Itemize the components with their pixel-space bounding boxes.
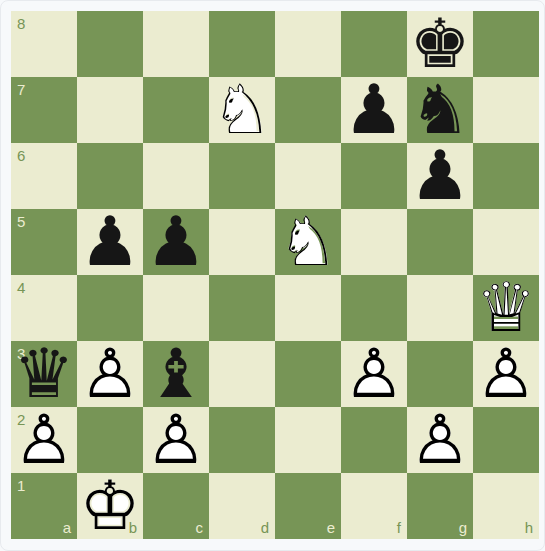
square-b6[interactable]: [77, 143, 143, 209]
piece-white-queen[interactable]: ♛♕: [473, 275, 539, 341]
square-b5[interactable]: ♟: [77, 209, 143, 275]
square-a3[interactable]: 3♛: [11, 341, 77, 407]
piece-white-king[interactable]: ♚♔: [77, 473, 143, 539]
rank-label-8: 8: [17, 16, 25, 31]
piece-glyph-fill: ♟: [341, 341, 407, 407]
file-label-c: c: [196, 520, 204, 535]
piece-white-pawn[interactable]: ♟♙: [473, 341, 539, 407]
piece-glyph-outline: ♙: [407, 407, 473, 473]
piece-black-king[interactable]: ♚: [407, 11, 473, 77]
square-a1[interactable]: 1a: [11, 473, 77, 539]
square-f6[interactable]: [341, 143, 407, 209]
piece-glyph-fill: ♚: [407, 11, 473, 77]
file-label-h: h: [525, 520, 533, 535]
piece-glyph-outline: ♔: [77, 473, 143, 539]
square-e4[interactable]: [275, 275, 341, 341]
square-d6[interactable]: [209, 143, 275, 209]
piece-glyph-outline: ♘: [209, 77, 275, 143]
square-h6[interactable]: [473, 143, 539, 209]
piece-white-knight[interactable]: ♞♘: [275, 209, 341, 275]
file-label-d: d: [261, 520, 269, 535]
square-h4[interactable]: ♛♕: [473, 275, 539, 341]
piece-glyph-outline: ♙: [341, 341, 407, 407]
piece-glyph-fill: ♟: [407, 143, 473, 209]
square-h7[interactable]: [473, 77, 539, 143]
piece-black-bishop[interactable]: ♝: [143, 341, 209, 407]
square-g3[interactable]: [407, 341, 473, 407]
piece-black-knight[interactable]: ♞: [407, 77, 473, 143]
square-g2[interactable]: ♟♙: [407, 407, 473, 473]
piece-glyph-fill: ♟: [143, 209, 209, 275]
square-e8[interactable]: [275, 11, 341, 77]
piece-glyph-fill: ♟: [77, 209, 143, 275]
square-e2[interactable]: [275, 407, 341, 473]
piece-glyph-outline: ♕: [473, 275, 539, 341]
piece-black-pawn[interactable]: ♟: [341, 77, 407, 143]
square-d2[interactable]: [209, 407, 275, 473]
square-a5[interactable]: 5: [11, 209, 77, 275]
square-c5[interactable]: ♟: [143, 209, 209, 275]
square-c6[interactable]: [143, 143, 209, 209]
square-f1[interactable]: f: [341, 473, 407, 539]
square-d5[interactable]: [209, 209, 275, 275]
piece-glyph-outline: ♙: [11, 407, 77, 473]
square-f2[interactable]: [341, 407, 407, 473]
square-f5[interactable]: [341, 209, 407, 275]
square-c4[interactable]: [143, 275, 209, 341]
square-c8[interactable]: [143, 11, 209, 77]
square-c7[interactable]: [143, 77, 209, 143]
file-label-g: g: [459, 520, 467, 535]
square-h1[interactable]: h: [473, 473, 539, 539]
file-label-f: f: [397, 520, 401, 535]
rank-label-7: 7: [17, 82, 25, 97]
square-h8[interactable]: [473, 11, 539, 77]
square-e5[interactable]: ♞♘: [275, 209, 341, 275]
square-e1[interactable]: e: [275, 473, 341, 539]
square-a2[interactable]: 2♟♙: [11, 407, 77, 473]
square-b4[interactable]: [77, 275, 143, 341]
square-g6[interactable]: ♟: [407, 143, 473, 209]
rank-label-1: 1: [17, 478, 25, 493]
piece-white-pawn[interactable]: ♟♙: [11, 407, 77, 473]
page-background: 8♚7♞♘♟♞6♟5♟♟♞♘4♛♕3♛♟♙♝♟♙♟♙2♟♙♟♙♟♙1ab♚♔cd…: [0, 0, 545, 551]
square-b3[interactable]: ♟♙: [77, 341, 143, 407]
square-e7[interactable]: [275, 77, 341, 143]
square-a6[interactable]: 6: [11, 143, 77, 209]
square-h5[interactable]: [473, 209, 539, 275]
square-b7[interactable]: [77, 77, 143, 143]
square-f7[interactable]: ♟: [341, 77, 407, 143]
square-g1[interactable]: g: [407, 473, 473, 539]
square-e6[interactable]: [275, 143, 341, 209]
square-c1[interactable]: c: [143, 473, 209, 539]
square-c2[interactable]: ♟♙: [143, 407, 209, 473]
piece-glyph-fill: ♛: [473, 275, 539, 341]
square-b1[interactable]: b♚♔: [77, 473, 143, 539]
square-h2[interactable]: [473, 407, 539, 473]
square-g7[interactable]: ♞: [407, 77, 473, 143]
piece-glyph-fill: ♟: [77, 341, 143, 407]
piece-glyph-fill: ♛: [11, 341, 77, 407]
piece-white-pawn[interactable]: ♟♙: [77, 341, 143, 407]
piece-glyph-fill: ♞: [275, 209, 341, 275]
square-f4[interactable]: [341, 275, 407, 341]
piece-glyph-outline: ♙: [473, 341, 539, 407]
piece-glyph-fill: ♟: [407, 407, 473, 473]
square-g8[interactable]: ♚: [407, 11, 473, 77]
square-a4[interactable]: 4: [11, 275, 77, 341]
piece-white-pawn[interactable]: ♟♙: [341, 341, 407, 407]
chess-board: 8♚7♞♘♟♞6♟5♟♟♞♘4♛♕3♛♟♙♝♟♙♟♙2♟♙♟♙♟♙1ab♚♔cd…: [11, 11, 539, 539]
file-label-a: a: [63, 520, 71, 535]
square-d7[interactable]: ♞♘: [209, 77, 275, 143]
square-h3[interactable]: ♟♙: [473, 341, 539, 407]
square-b2[interactable]: [77, 407, 143, 473]
piece-glyph-fill: ♟: [341, 77, 407, 143]
piece-glyph-fill: ♟: [11, 407, 77, 473]
rank-label-5: 5: [17, 214, 25, 229]
piece-white-knight[interactable]: ♞♘: [209, 77, 275, 143]
piece-glyph-outline: ♙: [143, 407, 209, 473]
piece-black-pawn[interactable]: ♟: [77, 209, 143, 275]
square-d4[interactable]: [209, 275, 275, 341]
piece-glyph-fill: ♟: [473, 341, 539, 407]
square-f3[interactable]: ♟♙: [341, 341, 407, 407]
piece-black-pawn[interactable]: ♟: [143, 209, 209, 275]
piece-glyph-fill: ♚: [77, 473, 143, 539]
piece-white-pawn[interactable]: ♟♙: [407, 407, 473, 473]
piece-glyph-outline: ♙: [77, 341, 143, 407]
piece-glyph-fill: ♞: [407, 77, 473, 143]
piece-black-queen[interactable]: ♛: [11, 341, 77, 407]
rank-label-4: 4: [17, 280, 25, 295]
square-d3[interactable]: [209, 341, 275, 407]
square-g4[interactable]: [407, 275, 473, 341]
piece-glyph-fill: ♟: [143, 407, 209, 473]
piece-glyph-outline: ♘: [275, 209, 341, 275]
square-d1[interactable]: d: [209, 473, 275, 539]
square-d8[interactable]: [209, 11, 275, 77]
file-label-e: e: [327, 520, 335, 535]
piece-glyph-fill: ♞: [209, 77, 275, 143]
rank-label-6: 6: [17, 148, 25, 163]
piece-black-pawn[interactable]: ♟: [407, 143, 473, 209]
square-e3[interactable]: [275, 341, 341, 407]
square-g5[interactable]: [407, 209, 473, 275]
square-b8[interactable]: [77, 11, 143, 77]
square-a7[interactable]: 7: [11, 77, 77, 143]
square-f8[interactable]: [341, 11, 407, 77]
piece-glyph-fill: ♝: [143, 341, 209, 407]
square-a8[interactable]: 8: [11, 11, 77, 77]
square-c3[interactable]: ♝: [143, 341, 209, 407]
piece-white-pawn[interactable]: ♟♙: [143, 407, 209, 473]
